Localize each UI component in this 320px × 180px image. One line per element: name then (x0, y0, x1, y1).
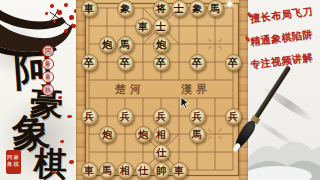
piece-black[interactable]: 卒 (189, 54, 206, 71)
piece-red[interactable]: 車 (81, 162, 98, 179)
badge-column: 阿豪象棋 (42, 45, 54, 97)
piece-red[interactable]: 仕 (135, 162, 152, 179)
piece-red[interactable]: 兵 (153, 108, 170, 125)
piece-black[interactable]: 卒 (117, 54, 134, 71)
mountains-icon (248, 118, 320, 180)
piece-red[interactable]: 兵 (81, 108, 98, 125)
badge-char: 棋 (42, 84, 54, 96)
piece-black[interactable]: 車 (81, 0, 98, 17)
piece-black[interactable]: 炮 (99, 36, 116, 53)
thumbnail: 阿 豪 象 棋 阿豪象棋 阿豪 象棋 (0, 0, 320, 180)
slogan-line-1: 擅长布局飞刀 (249, 4, 320, 26)
piece-red[interactable]: 帥 (153, 162, 170, 179)
piece-red[interactable]: 炮 (135, 126, 152, 143)
plum-blossom-icon (64, 29, 68, 33)
piece-red[interactable]: 相 (153, 126, 170, 143)
right-slogan-panel: 擅长布局飞刀 精通象棋陷阱 专注视频讲解 (248, 0, 320, 180)
seal-row: 阿豪 (6, 154, 21, 161)
piece-black[interactable]: 馬 (207, 0, 224, 17)
piece-red[interactable]: 馬 (189, 126, 206, 143)
mouse-cursor-icon (180, 96, 190, 110)
piece-red[interactable]: 兵 (117, 108, 134, 125)
plum-blossom-icon (53, 20, 56, 23)
river-label-right: 漢界 (181, 82, 211, 97)
piece-red[interactable]: 兵 (189, 108, 206, 125)
badge-char: 象 (42, 71, 54, 83)
piece-black[interactable]: 卒 (81, 54, 98, 71)
sparkle-icon: ✦ (225, 0, 234, 11)
piece-black[interactable]: 馬 (117, 36, 134, 53)
river-label-left: 楚河 (115, 82, 145, 97)
piece-red[interactable]: 馬 (99, 162, 116, 179)
piece-red[interactable]: 兵 (225, 108, 242, 125)
piece-red[interactable]: 仕 (153, 144, 170, 161)
piece-red[interactable]: 炮 (99, 126, 116, 143)
piece-red[interactable]: 相 (117, 162, 134, 179)
title-char-qi: 棋 (33, 146, 67, 180)
piece-black[interactable]: 象 (117, 0, 134, 17)
xiangqi-board[interactable]: 楚河 漢界 車象将士象馬車士炮馬炮卒卒卒卒卒兵兵兵兵兵炮炮相馬仕車馬相仕帥車 ✦ (76, 0, 248, 180)
piece-black[interactable]: 将 (153, 0, 170, 17)
piece-red[interactable]: 車 (171, 162, 188, 179)
plum-blossom-icon (45, 12, 48, 15)
left-branding-panel: 阿 豪 象 棋 阿豪象棋 阿豪 象棋 (0, 0, 76, 180)
piece-black[interactable]: 卒 (225, 54, 242, 71)
piece-black[interactable]: 象 (189, 0, 206, 17)
piece-black[interactable]: 士 (153, 18, 170, 35)
seal-stamp: 阿豪 象棋 (6, 150, 21, 174)
piece-black[interactable]: 車 (135, 18, 152, 35)
slogan-line-2: 精通象棋陷阱 (249, 27, 320, 49)
seal-row: 象棋 (6, 161, 21, 168)
plum-blossom-icon (57, 10, 62, 15)
plum-blossom-icon (64, 3, 68, 7)
plum-blossom-icon (50, 4, 54, 8)
piece-black[interactable]: 炮 (153, 36, 170, 53)
piece-black[interactable]: 卒 (153, 54, 170, 71)
piece-black[interactable]: 士 (171, 0, 188, 17)
badge-char: 阿 (42, 45, 54, 57)
plum-blossom-icon (69, 15, 74, 20)
badge-char: 豪 (42, 58, 54, 70)
